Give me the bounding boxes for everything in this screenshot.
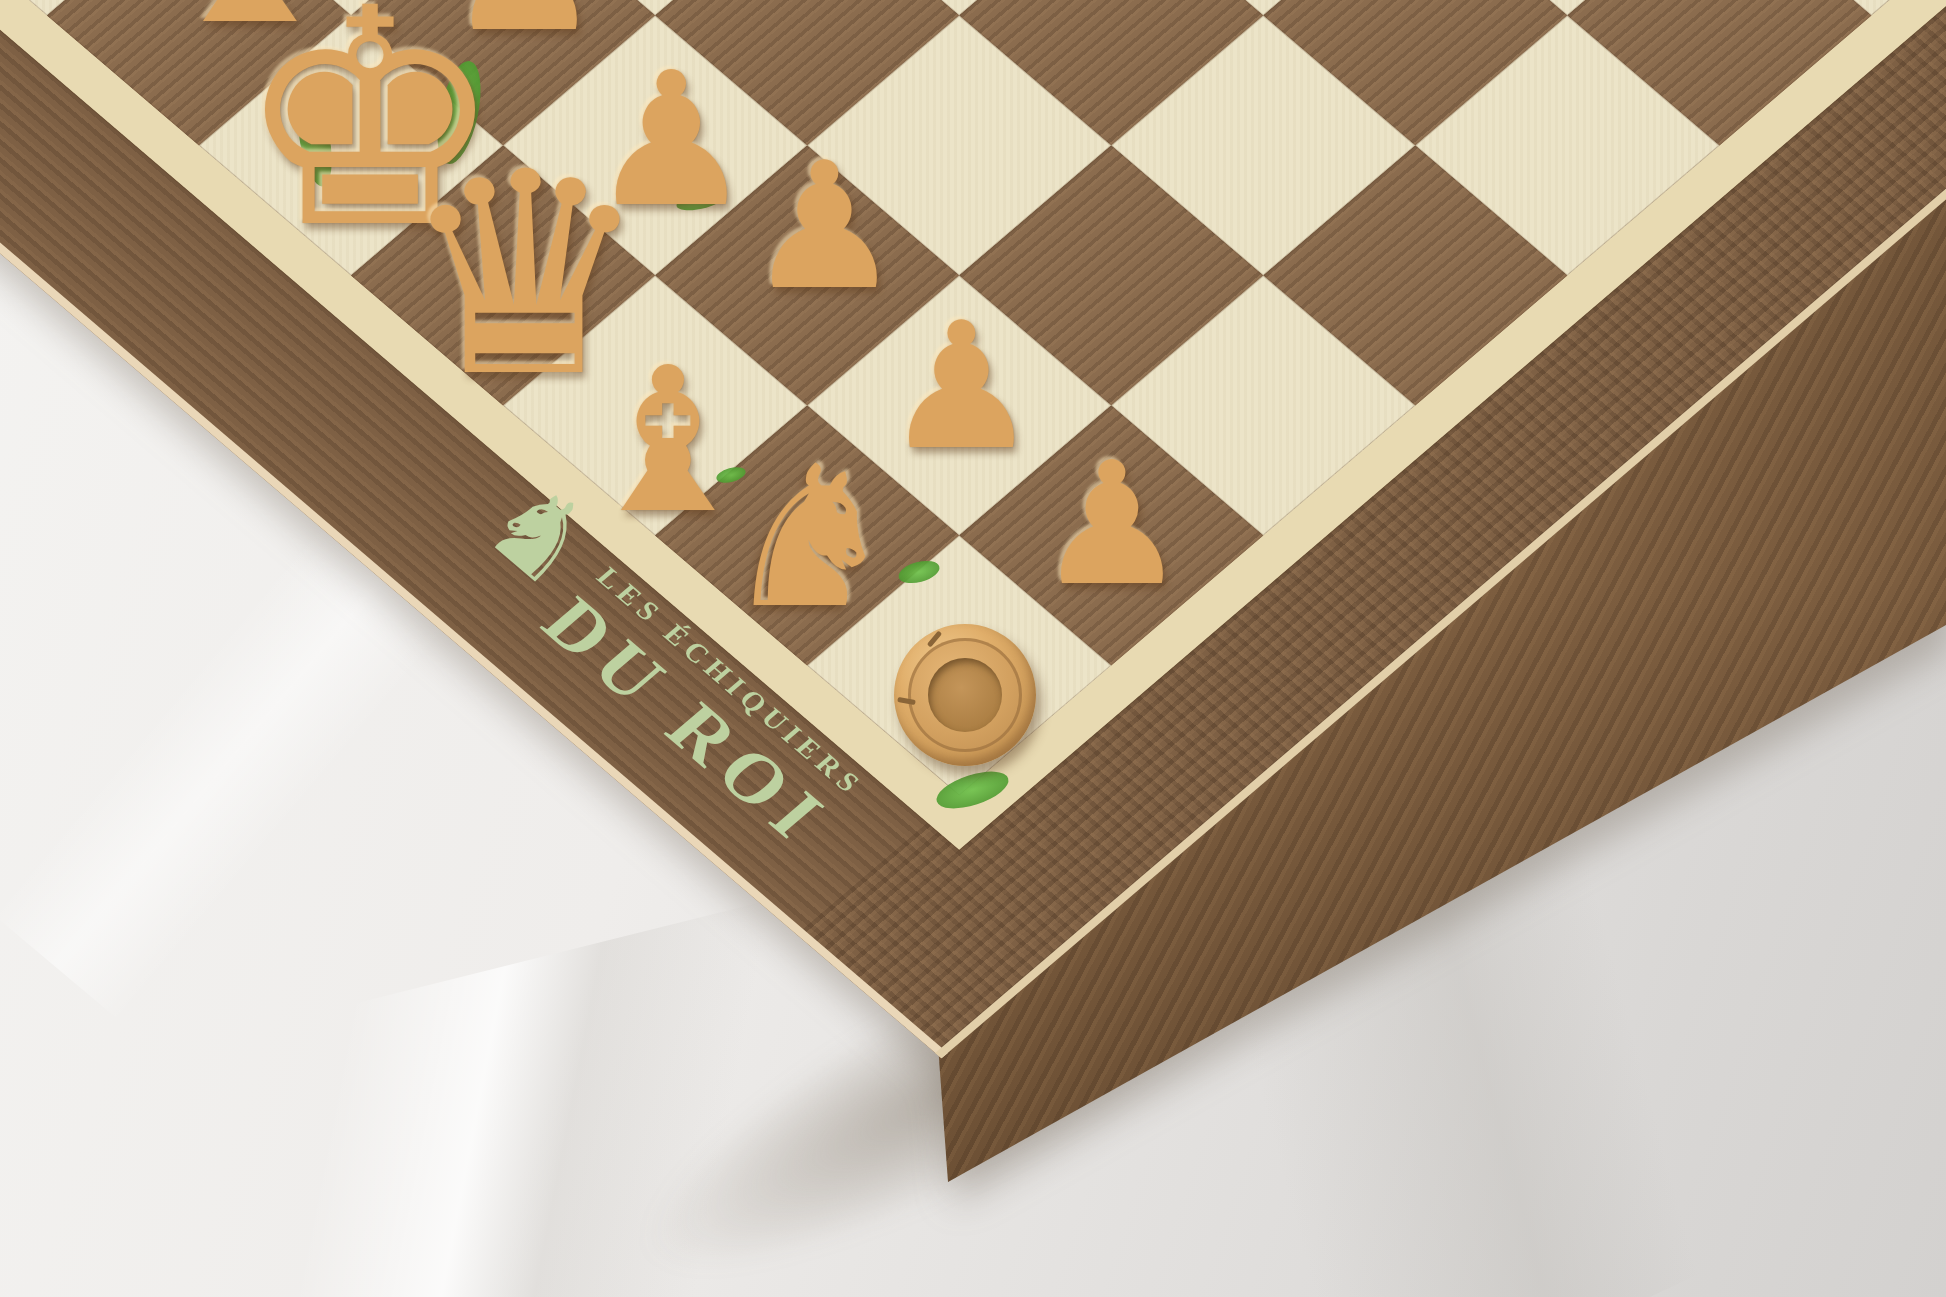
felt-spot	[932, 764, 1013, 816]
white-pawn-a7: ♟	[1027, 439, 1197, 609]
pieces-layer: ♝ ♟ ♟ ♚ ♟ ♛ ♟ ♝ ♟ ♞	[0, 0, 1946, 1297]
rook-top-well	[928, 658, 1002, 732]
white-knight-b8: ♞	[712, 440, 907, 635]
white-rook-a8-top-view	[894, 624, 1036, 766]
photo-canvas: ♞ LES ÉCHIQUIERS DU ROI ♝ ♟ ♟ ♚ ♟ ♛ ♟ ♝	[0, 0, 1946, 1297]
